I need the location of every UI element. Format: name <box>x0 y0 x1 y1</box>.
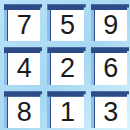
tile-number: 3 <box>103 99 118 126</box>
tile-front-face: 3 <box>95 97 127 128</box>
tile-number: 6 <box>103 55 118 82</box>
tile-r2c3[interactable]: 6 <box>91 47 127 84</box>
tile-number: 4 <box>17 55 32 82</box>
tile-number: 9 <box>103 12 118 39</box>
tile-front-face: 8 <box>8 97 40 128</box>
tile-r2c1[interactable]: 4 <box>4 47 40 84</box>
tile-number: 7 <box>17 12 32 39</box>
tile-front-face: 1 <box>51 97 83 128</box>
tile-r1c1[interactable]: 7 <box>4 4 40 41</box>
tile-r3c2[interactable]: 1 <box>47 91 83 128</box>
tile-front-face: 4 <box>8 53 40 84</box>
tile-front-face: 2 <box>51 53 83 84</box>
tile-front-face: 7 <box>8 10 40 41</box>
tile-front-face: 6 <box>95 53 127 84</box>
tile-number: 1 <box>60 99 75 126</box>
tile-r1c3[interactable]: 9 <box>91 4 127 41</box>
tile-r1c2[interactable]: 5 <box>47 4 83 41</box>
tile-number: 8 <box>17 99 32 126</box>
tile-front-face: 9 <box>95 10 127 41</box>
tile-number: 2 <box>60 55 75 82</box>
tile-number: 5 <box>60 12 75 39</box>
tile-r3c3[interactable]: 3 <box>91 91 127 128</box>
tile-front-face: 5 <box>51 10 83 41</box>
tile-r2c2[interactable]: 2 <box>47 47 83 84</box>
puzzle-board: 759426813 <box>0 0 130 130</box>
tile-r3c1[interactable]: 8 <box>4 91 40 128</box>
